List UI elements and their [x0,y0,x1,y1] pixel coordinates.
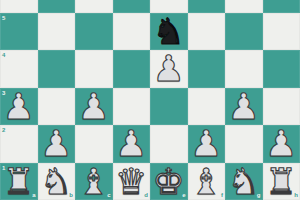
square-a4[interactable]: 4 [0,50,38,88]
piece-white-king[interactable]: ♚ [150,163,188,201]
piece-black-knight[interactable]: ♞ [150,13,188,51]
square-a2[interactable]: 2 [0,125,38,163]
rank-label-5: 5 [2,15,5,21]
square-h6[interactable] [263,0,301,13]
square-b4[interactable] [38,50,76,88]
rank-label-4: 4 [2,52,5,58]
piece-white-pawn[interactable]: ♟ [188,125,226,163]
square-a1[interactable]: 1a♜ [0,163,38,201]
square-d2[interactable]: ♟ [113,125,151,163]
square-c2[interactable] [75,125,113,163]
square-g6[interactable] [225,0,263,13]
square-c6[interactable] [75,0,113,13]
square-e2[interactable] [150,125,188,163]
square-d3[interactable] [113,88,151,126]
square-d5[interactable] [113,13,151,51]
square-b6[interactable] [38,0,76,13]
square-c1[interactable]: c♝ [75,163,113,201]
square-g5[interactable] [225,13,263,51]
square-b5[interactable] [38,13,76,51]
piece-white-pawn[interactable]: ♟ [225,88,263,126]
piece-white-bishop[interactable]: ♝ [188,163,226,201]
piece-white-queen[interactable]: ♛ [113,163,151,201]
square-e4[interactable]: ♟ [150,50,188,88]
piece-white-pawn[interactable]: ♟ [38,125,76,163]
piece-white-pawn[interactable]: ♟ [263,125,301,163]
piece-white-knight[interactable]: ♞ [38,163,76,201]
square-b3[interactable] [38,88,76,126]
square-a5[interactable]: 5 [0,13,38,51]
square-h2[interactable]: ♟ [263,125,301,163]
square-a6[interactable] [0,0,38,13]
square-c3[interactable]: ♟ [75,88,113,126]
piece-white-rook[interactable]: ♜ [263,163,301,201]
square-d1[interactable]: d♛ [113,163,151,201]
piece-white-bishop[interactable]: ♝ [75,163,113,201]
chess-board-viewport: 5♞4♟3♟♟♟2♟♟♟♟1a♜b♞c♝d♛e♚f♝g♞h♜ [0,0,300,200]
square-f1[interactable]: f♝ [188,163,226,201]
square-b2[interactable]: ♟ [38,125,76,163]
square-b1[interactable]: b♞ [38,163,76,201]
square-e1[interactable]: e♚ [150,163,188,201]
square-g3[interactable]: ♟ [225,88,263,126]
piece-white-pawn[interactable]: ♟ [0,88,38,126]
square-h1[interactable]: h♜ [263,163,301,201]
square-e5[interactable]: ♞ [150,13,188,51]
square-f4[interactable] [188,50,226,88]
square-g4[interactable] [225,50,263,88]
square-c5[interactable] [75,13,113,51]
piece-white-pawn[interactable]: ♟ [75,88,113,126]
square-h3[interactable] [263,88,301,126]
square-e3[interactable] [150,88,188,126]
piece-white-pawn[interactable]: ♟ [150,50,188,88]
square-h5[interactable] [263,13,301,51]
piece-white-knight[interactable]: ♞ [225,163,263,201]
square-a3[interactable]: 3♟ [0,88,38,126]
square-c4[interactable] [75,50,113,88]
square-f5[interactable] [188,13,226,51]
square-h4[interactable] [263,50,301,88]
rank-label-2: 2 [2,127,5,133]
square-f3[interactable] [188,88,226,126]
square-f6[interactable] [188,0,226,13]
square-g1[interactable]: g♞ [225,163,263,201]
square-d4[interactable] [113,50,151,88]
piece-white-rook[interactable]: ♜ [0,163,38,201]
chess-board: 5♞4♟3♟♟♟2♟♟♟♟1a♜b♞c♝d♛e♚f♝g♞h♜ [0,0,300,200]
square-g2[interactable] [225,125,263,163]
square-f2[interactable]: ♟ [188,125,226,163]
piece-white-pawn[interactable]: ♟ [113,125,151,163]
square-d6[interactable] [113,0,151,13]
